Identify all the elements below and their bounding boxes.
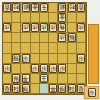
square-4e[interactable] (49, 43, 58, 53)
square-3d[interactable]: 歩 (58, 33, 67, 43)
sente-piece-1f[interactable]: 歩 (77, 54, 85, 63)
sente-piece-7i[interactable]: 銀 (22, 84, 30, 93)
gote-piece-3d[interactable]: 歩 (58, 33, 66, 42)
square-2i[interactable]: 桂 (68, 84, 77, 94)
square-7d[interactable] (21, 33, 30, 43)
sente-piece-9i[interactable]: 香 (3, 84, 11, 93)
gote-piece-1c[interactable]: 歩 (77, 23, 85, 32)
square-5d[interactable] (40, 33, 49, 43)
square-8f[interactable]: 飛 (12, 54, 21, 64)
square-3b[interactable]: 金 (58, 13, 67, 23)
gote-piece-3a[interactable]: 銀 (58, 3, 66, 12)
square-5h[interactable]: 王 (40, 74, 49, 84)
square-5f[interactable] (40, 54, 49, 64)
gote-piece-3b[interactable]: 金 (58, 13, 66, 22)
square-1h[interactable] (77, 74, 86, 84)
square-5a[interactable]: 玉 (40, 3, 49, 13)
square-9a[interactable]: 香 (3, 3, 12, 13)
square-7h[interactable]: 金 (21, 74, 30, 84)
gote-piece-9c[interactable]: 歩 (3, 23, 11, 32)
gote-piece-8f[interactable]: 飛 (12, 54, 20, 63)
sente-piece-7f[interactable]: 歩 (22, 54, 30, 63)
square-3h[interactable] (58, 74, 67, 84)
gote-komadai[interactable] (88, 24, 99, 84)
gote-piece-3c[interactable]: 角 (58, 23, 66, 32)
gote-piece-2a[interactable]: 桂 (68, 3, 76, 12)
sente-piece-5g[interactable]: 歩 (40, 64, 48, 73)
square-9b[interactable] (3, 13, 12, 23)
square-7a[interactable]: 銀 (21, 3, 30, 13)
shogi-board: 香桂銀金玉銀桂香金歩歩歩歩歩角歩歩飛飛歩歩歩歩歩歩歩角金王香桂銀金銀桂香 (2, 2, 87, 95)
square-1g[interactable] (77, 64, 86, 74)
square-2d[interactable]: 飛 (68, 33, 77, 43)
square-4f[interactable] (49, 54, 58, 64)
square-9g[interactable]: 歩 (3, 64, 12, 74)
sente-piece-3g[interactable]: 歩 (58, 64, 66, 73)
square-6b[interactable] (31, 13, 40, 23)
square-8d[interactable] (12, 33, 21, 43)
square-1f[interactable]: 歩 (77, 54, 86, 64)
gote-piece-6a[interactable]: 金 (31, 3, 39, 12)
square-8i[interactable]: 桂 (12, 84, 21, 94)
gote-piece-6c[interactable]: 歩 (31, 23, 39, 32)
gote-piece-8a[interactable]: 桂 (12, 3, 20, 12)
square-2h[interactable] (68, 74, 77, 84)
gote-piece-7a[interactable]: 銀 (22, 3, 30, 12)
sente-piece-8h[interactable]: 角 (12, 74, 20, 83)
square-6c[interactable]: 歩 (31, 23, 40, 33)
square-2g[interactable] (68, 64, 77, 74)
square-2a[interactable]: 桂 (68, 3, 77, 13)
sente-piece-8i[interactable]: 桂 (12, 84, 20, 93)
square-9i[interactable]: 香 (3, 84, 12, 94)
sente-piece-5h[interactable]: 王 (40, 74, 48, 83)
square-6i[interactable] (31, 84, 40, 94)
square-4b[interactable] (49, 13, 58, 23)
square-1c[interactable]: 歩 (77, 23, 86, 33)
square-9e[interactable] (3, 43, 12, 53)
sente-piece-2i[interactable]: 桂 (68, 84, 76, 93)
square-9h[interactable] (3, 74, 12, 84)
square-6h[interactable] (31, 74, 40, 84)
square-1a[interactable]: 香 (77, 3, 86, 13)
sente-piece-6g[interactable]: 歩 (31, 64, 39, 73)
square-4c[interactable]: 歩 (49, 23, 58, 33)
square-8a[interactable]: 桂 (12, 3, 21, 13)
square-1d[interactable] (77, 33, 86, 43)
square-8h[interactable]: 角 (12, 74, 21, 84)
square-4h[interactable] (49, 74, 58, 84)
sente-piece-9g[interactable]: 歩 (3, 64, 11, 73)
square-6e[interactable] (31, 43, 40, 53)
square-8g[interactable] (12, 64, 21, 74)
square-7b[interactable] (21, 13, 30, 23)
square-6g[interactable]: 歩 (31, 64, 40, 74)
gote-piece-1a[interactable]: 香 (77, 3, 85, 12)
square-2b[interactable] (68, 13, 77, 23)
sente-piece-3i[interactable]: 銀 (58, 84, 66, 93)
sente-piece-2d[interactable]: 飛 (68, 33, 76, 42)
square-1b[interactable] (77, 13, 86, 23)
square-3c[interactable]: 角 (58, 23, 67, 33)
square-2e[interactable] (68, 43, 77, 53)
square-7e[interactable] (21, 43, 30, 53)
square-5i[interactable] (40, 84, 49, 94)
square-5b[interactable] (40, 13, 49, 23)
sente-hand-piece-歩[interactable]: 歩 (88, 88, 96, 97)
square-8b[interactable] (12, 13, 21, 23)
gote-piece-4c[interactable]: 歩 (49, 23, 57, 32)
square-6a[interactable]: 金 (31, 3, 40, 13)
gote-piece-5a[interactable]: 玉 (40, 3, 48, 12)
sente-piece-4i[interactable]: 金 (49, 84, 57, 93)
square-8e[interactable] (12, 43, 21, 53)
square-4i[interactable]: 金 (49, 84, 58, 94)
square-7g[interactable] (21, 64, 30, 74)
square-2c[interactable] (68, 23, 77, 33)
square-3f[interactable] (58, 54, 67, 64)
square-5g[interactable]: 歩 (40, 64, 49, 74)
square-9d[interactable] (3, 33, 12, 43)
square-4g[interactable]: 歩 (49, 64, 58, 74)
square-9f[interactable] (3, 54, 12, 64)
square-3i[interactable]: 銀 (58, 84, 67, 94)
square-3e[interactable] (58, 43, 67, 53)
gote-piece-9a[interactable]: 香 (3, 3, 11, 12)
sente-komadai[interactable]: 歩 (84, 86, 99, 99)
sente-piece-7h[interactable]: 金 (22, 74, 30, 83)
square-4d[interactable] (49, 33, 58, 43)
square-7f[interactable]: 歩 (21, 54, 30, 64)
square-3a[interactable]: 銀 (58, 3, 67, 13)
square-5c[interactable]: 歩 (40, 23, 49, 33)
square-6d[interactable] (31, 33, 40, 43)
square-7i[interactable]: 銀 (21, 84, 30, 94)
square-4a[interactable] (49, 3, 58, 13)
square-5e[interactable] (40, 43, 49, 53)
square-9c[interactable]: 歩 (3, 23, 12, 33)
gote-piece-5c[interactable]: 歩 (40, 23, 48, 32)
shogi-app-window: { "game": "shogi", "position": { "sfen":… (0, 0, 100, 100)
gote-piece-7c[interactable]: 歩 (22, 23, 30, 32)
square-8c[interactable] (12, 23, 21, 33)
square-1e[interactable] (77, 43, 86, 53)
square-3g[interactable]: 歩 (58, 64, 67, 74)
square-6f[interactable] (31, 54, 40, 64)
square-7c[interactable]: 歩 (21, 23, 30, 33)
square-2f[interactable] (68, 54, 77, 64)
sente-piece-4g[interactable]: 歩 (49, 64, 57, 73)
